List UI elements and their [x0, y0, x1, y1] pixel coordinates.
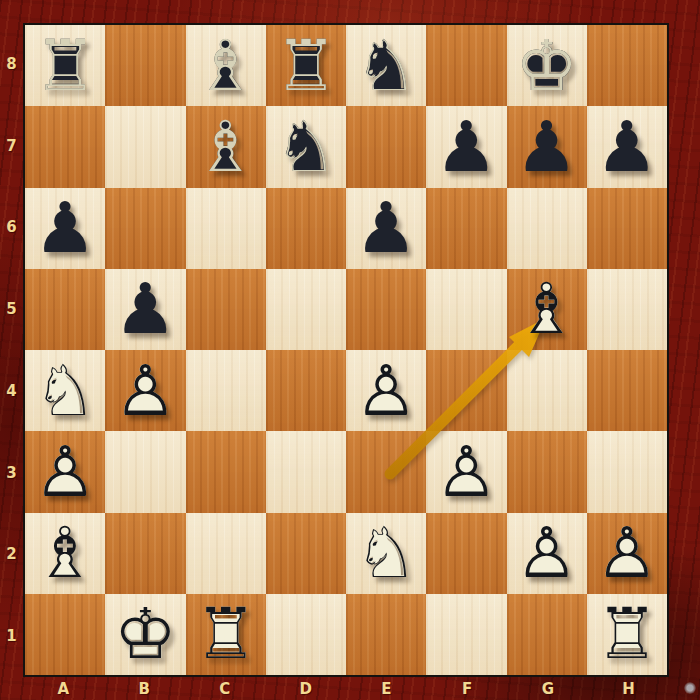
square-h4[interactable]: [587, 350, 667, 431]
file-label-c: C: [185, 677, 266, 700]
black-knight-d7[interactable]: ♞♘: [266, 106, 346, 187]
square-e6[interactable]: ♟: [346, 188, 426, 269]
chessboard-frame: ♜♖♝♗♜♖♞♘♚♔♝♗♞♘♟♟♟♟♟♟♝♗♞♘♟♙♟♙♟♙♟♙♝♗♞♘♟♙♟♙…: [0, 0, 700, 700]
square-e2[interactable]: ♞♘: [346, 513, 426, 594]
piece-glyph-detail: ♗: [194, 112, 257, 182]
piece-glyph-detail: ♖: [595, 599, 658, 669]
piece-glyph-detail: ♖: [194, 599, 257, 669]
piece-glyph-detail: ♖: [34, 31, 97, 101]
white-rook-h1[interactable]: ♜♖: [587, 594, 667, 675]
piece-glyph-detail: ♗: [515, 274, 578, 344]
piece-glyph-detail: ♘: [34, 356, 97, 426]
piece-glyph-detail: ♘: [355, 31, 418, 101]
square-a2[interactable]: ♝♗: [25, 513, 105, 594]
rank-label-8: 8: [0, 23, 23, 105]
file-label-h: H: [588, 677, 669, 700]
rank-labels: 87654321: [0, 23, 23, 677]
piece-glyph-fill: ♟: [515, 112, 578, 182]
white-pawn-f3[interactable]: ♟♙: [426, 431, 506, 512]
white-knight-a4[interactable]: ♞♘: [25, 350, 105, 431]
square-b3[interactable]: [105, 431, 185, 512]
piece-glyph-detail: ♘: [274, 112, 337, 182]
square-g1[interactable]: [507, 594, 587, 675]
square-d2[interactable]: [266, 513, 346, 594]
square-e5[interactable]: [346, 269, 426, 350]
black-pawn-a6[interactable]: ♟: [25, 188, 105, 269]
square-b8[interactable]: [105, 25, 185, 106]
square-b6[interactable]: [105, 188, 185, 269]
piece-glyph-detail: ♗: [194, 31, 257, 101]
white-bishop-a2[interactable]: ♝♗: [25, 513, 105, 594]
square-b4[interactable]: ♟♙: [105, 350, 185, 431]
chess-board: ♜♖♝♗♜♖♞♘♚♔♝♗♞♘♟♟♟♟♟♟♝♗♞♘♟♙♟♙♟♙♟♙♝♗♞♘♟♙♟♙…: [23, 23, 669, 677]
rank-label-1: 1: [0, 595, 23, 677]
square-a1[interactable]: [25, 594, 105, 675]
square-c8[interactable]: ♝♗: [186, 25, 266, 106]
square-g3[interactable]: [507, 431, 587, 512]
square-e4[interactable]: ♟♙: [346, 350, 426, 431]
square-c5[interactable]: [186, 269, 266, 350]
white-pawn-g2[interactable]: ♟♙: [507, 513, 587, 594]
square-b1[interactable]: ♚♔: [105, 594, 185, 675]
square-d4[interactable]: [266, 350, 346, 431]
piece-glyph-fill: ♟: [34, 193, 97, 263]
black-bishop-c8[interactable]: ♝♗: [186, 25, 266, 106]
file-label-d: D: [265, 677, 346, 700]
white-pawn-b4[interactable]: ♟♙: [105, 350, 185, 431]
white-pawn-e4[interactable]: ♟♙: [346, 350, 426, 431]
white-pawn-a3[interactable]: ♟♙: [25, 431, 105, 512]
black-rook-a8[interactable]: ♜♖: [25, 25, 105, 106]
rank-label-4: 4: [0, 350, 23, 432]
black-pawn-e6[interactable]: ♟: [346, 188, 426, 269]
square-c1[interactable]: ♜♖: [186, 594, 266, 675]
square-c4[interactable]: [186, 350, 266, 431]
white-knight-e2[interactable]: ♞♘: [346, 513, 426, 594]
square-f7[interactable]: ♟: [426, 106, 506, 187]
square-f2[interactable]: [426, 513, 506, 594]
square-a7[interactable]: [25, 106, 105, 187]
square-f3[interactable]: ♟♙: [426, 431, 506, 512]
square-h8[interactable]: [587, 25, 667, 106]
square-e3[interactable]: [346, 431, 426, 512]
rank-label-7: 7: [0, 105, 23, 187]
gray-dot: [684, 682, 696, 694]
black-rook-d8[interactable]: ♜♖: [266, 25, 346, 106]
square-g6[interactable]: [507, 188, 587, 269]
square-a8[interactable]: ♜♖: [25, 25, 105, 106]
black-pawn-g7[interactable]: ♟: [507, 106, 587, 187]
square-h3[interactable]: [587, 431, 667, 512]
square-b5[interactable]: ♟: [105, 269, 185, 350]
square-h5[interactable]: [587, 269, 667, 350]
square-a4[interactable]: ♞♘: [25, 350, 105, 431]
black-king-g8[interactable]: ♚♔: [507, 25, 587, 106]
piece-glyph-detail: ♙: [515, 518, 578, 588]
square-f8[interactable]: [426, 25, 506, 106]
square-g4[interactable]: [507, 350, 587, 431]
square-g5[interactable]: ♝♗: [507, 269, 587, 350]
white-rook-c1[interactable]: ♜♖: [186, 594, 266, 675]
square-d7[interactable]: ♞♘: [266, 106, 346, 187]
square-g7[interactable]: ♟: [507, 106, 587, 187]
square-f4[interactable]: [426, 350, 506, 431]
black-bishop-c7[interactable]: ♝♗: [186, 106, 266, 187]
piece-glyph-detail: ♙: [435, 437, 498, 507]
square-c3[interactable]: [186, 431, 266, 512]
square-h1[interactable]: ♜♖: [587, 594, 667, 675]
rank-label-5: 5: [0, 268, 23, 350]
black-pawn-h7[interactable]: ♟: [587, 106, 667, 187]
file-labels: ABCDEFGH: [23, 677, 669, 700]
piece-glyph-detail: ♘: [355, 518, 418, 588]
white-pawn-h2[interactable]: ♟♙: [587, 513, 667, 594]
black-pawn-b5[interactable]: ♟: [105, 269, 185, 350]
black-pawn-f7[interactable]: ♟: [426, 106, 506, 187]
piece-glyph-fill: ♟: [595, 112, 658, 182]
piece-glyph-detail: ♔: [114, 599, 177, 669]
piece-glyph-detail: ♔: [515, 31, 578, 101]
file-label-g: G: [508, 677, 589, 700]
piece-glyph-detail: ♗: [34, 518, 97, 588]
square-e7[interactable]: [346, 106, 426, 187]
file-label-e: E: [346, 677, 427, 700]
square-b2[interactable]: [105, 513, 185, 594]
square-c6[interactable]: [186, 188, 266, 269]
square-h2[interactable]: ♟♙: [587, 513, 667, 594]
piece-glyph-fill: ♟: [114, 274, 177, 344]
file-label-f: F: [427, 677, 508, 700]
square-a6[interactable]: ♟: [25, 188, 105, 269]
piece-glyph-detail: ♙: [114, 356, 177, 426]
square-h7[interactable]: ♟: [587, 106, 667, 187]
piece-glyph-detail: ♙: [34, 437, 97, 507]
square-a3[interactable]: ♟♙: [25, 431, 105, 512]
square-a5[interactable]: [25, 269, 105, 350]
file-label-a: A: [23, 677, 104, 700]
square-f1[interactable]: [426, 594, 506, 675]
square-c2[interactable]: [186, 513, 266, 594]
square-d5[interactable]: [266, 269, 346, 350]
square-c7[interactable]: ♝♗: [186, 106, 266, 187]
white-king-b1[interactable]: ♚♔: [105, 594, 185, 675]
square-d3[interactable]: [266, 431, 346, 512]
square-d1[interactable]: [266, 594, 346, 675]
white-bishop-g5[interactable]: ♝♗: [507, 269, 587, 350]
square-e8[interactable]: ♞♘: [346, 25, 426, 106]
rank-label-3: 3: [0, 432, 23, 514]
file-label-b: B: [104, 677, 185, 700]
square-b7[interactable]: [105, 106, 185, 187]
square-d6[interactable]: [266, 188, 346, 269]
rank-label-6: 6: [0, 187, 23, 269]
square-h6[interactable]: [587, 188, 667, 269]
square-f6[interactable]: [426, 188, 506, 269]
square-e1[interactable]: [346, 594, 426, 675]
piece-glyph-fill: ♟: [435, 112, 498, 182]
square-g2[interactable]: ♟♙: [507, 513, 587, 594]
piece-glyph-fill: ♟: [355, 193, 418, 263]
square-d8[interactable]: ♜♖: [266, 25, 346, 106]
square-f5[interactable]: [426, 269, 506, 350]
square-g8[interactable]: ♚♔: [507, 25, 587, 106]
piece-glyph-detail: ♙: [355, 356, 418, 426]
piece-glyph-detail: ♙: [595, 518, 658, 588]
black-knight-e8[interactable]: ♞♘: [346, 25, 426, 106]
piece-glyph-detail: ♖: [274, 31, 337, 101]
rank-label-2: 2: [0, 514, 23, 596]
